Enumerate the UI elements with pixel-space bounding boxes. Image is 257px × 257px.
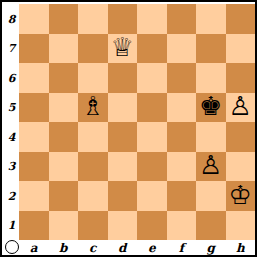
square-c8[interactable] bbox=[78, 4, 108, 34]
square-g7[interactable] bbox=[196, 34, 226, 64]
square-b2[interactable] bbox=[49, 181, 79, 211]
square-d7[interactable]: ♕ bbox=[108, 34, 138, 64]
square-b5[interactable] bbox=[49, 93, 79, 123]
square-g6[interactable] bbox=[196, 63, 226, 93]
square-e5[interactable] bbox=[137, 93, 167, 123]
square-h7[interactable] bbox=[226, 34, 256, 64]
file-label-b: b bbox=[49, 242, 79, 254]
rank-labels: 87654321 bbox=[4, 4, 19, 240]
white-bishop-c5[interactable]: ♗ bbox=[81, 93, 104, 119]
square-d1[interactable] bbox=[108, 211, 138, 241]
square-h3[interactable] bbox=[226, 152, 256, 182]
square-b7[interactable] bbox=[49, 34, 79, 64]
square-c2[interactable] bbox=[78, 181, 108, 211]
square-e4[interactable] bbox=[137, 122, 167, 152]
square-b1[interactable] bbox=[49, 211, 79, 241]
square-h8[interactable] bbox=[226, 4, 256, 34]
rank-label-2: 2 bbox=[4, 191, 19, 202]
square-g8[interactable] bbox=[196, 4, 226, 34]
black-king-g5[interactable]: ♚ bbox=[199, 93, 222, 119]
square-f1[interactable] bbox=[167, 211, 197, 241]
square-b4[interactable] bbox=[49, 122, 79, 152]
square-e2[interactable] bbox=[137, 181, 167, 211]
square-c4[interactable] bbox=[78, 122, 108, 152]
square-f8[interactable] bbox=[167, 4, 197, 34]
rank-label-3: 3 bbox=[4, 161, 19, 172]
white-pawn-g3[interactable]: ♙ bbox=[199, 152, 222, 178]
square-b6[interactable] bbox=[49, 63, 79, 93]
white-pawn-h5[interactable]: ♙ bbox=[229, 93, 252, 119]
square-e7[interactable] bbox=[137, 34, 167, 64]
white-king-h2[interactable]: ♔ bbox=[229, 182, 252, 208]
square-a8[interactable] bbox=[19, 4, 49, 34]
rank-label-7: 7 bbox=[4, 43, 19, 54]
square-c1[interactable] bbox=[78, 211, 108, 241]
file-label-e: e bbox=[137, 242, 167, 254]
square-a1[interactable] bbox=[19, 211, 49, 241]
rank-label-4: 4 bbox=[4, 132, 19, 143]
square-h6[interactable] bbox=[226, 63, 256, 93]
square-d5[interactable] bbox=[108, 93, 138, 123]
square-a4[interactable] bbox=[19, 122, 49, 152]
square-f6[interactable] bbox=[167, 63, 197, 93]
square-h2[interactable]: ♔ bbox=[226, 181, 256, 211]
square-h4[interactable] bbox=[226, 122, 256, 152]
square-d3[interactable] bbox=[108, 152, 138, 182]
file-label-g: g bbox=[196, 242, 226, 254]
square-a2[interactable] bbox=[19, 181, 49, 211]
square-c3[interactable] bbox=[78, 152, 108, 182]
square-f5[interactable] bbox=[167, 93, 197, 123]
square-f7[interactable] bbox=[167, 34, 197, 64]
square-f4[interactable] bbox=[167, 122, 197, 152]
square-a5[interactable] bbox=[19, 93, 49, 123]
square-a7[interactable] bbox=[19, 34, 49, 64]
square-f2[interactable] bbox=[167, 181, 197, 211]
square-a3[interactable] bbox=[19, 152, 49, 182]
square-g4[interactable] bbox=[196, 122, 226, 152]
square-a6[interactable] bbox=[19, 63, 49, 93]
square-e3[interactable] bbox=[137, 152, 167, 182]
chess-board: ♕♗♚♙♙♔ bbox=[19, 4, 255, 240]
side-to-move-indicator bbox=[5, 240, 19, 254]
square-h5[interactable]: ♙ bbox=[226, 93, 256, 123]
file-label-h: h bbox=[226, 242, 256, 254]
square-d8[interactable] bbox=[108, 4, 138, 34]
square-c7[interactable] bbox=[78, 34, 108, 64]
chess-diagram: ♕♗♚♙♙♔ 87654321 abcdefgh bbox=[0, 0, 257, 257]
white-queen-d7[interactable]: ♕ bbox=[111, 34, 134, 60]
square-d4[interactable] bbox=[108, 122, 138, 152]
rank-label-1: 1 bbox=[4, 220, 19, 231]
square-d6[interactable] bbox=[108, 63, 138, 93]
file-label-a: a bbox=[19, 242, 49, 254]
square-e1[interactable] bbox=[137, 211, 167, 241]
square-g2[interactable] bbox=[196, 181, 226, 211]
square-g5[interactable]: ♚ bbox=[196, 93, 226, 123]
square-b8[interactable] bbox=[49, 4, 79, 34]
rank-label-5: 5 bbox=[4, 102, 19, 113]
file-label-c: c bbox=[78, 242, 108, 254]
rank-label-8: 8 bbox=[4, 14, 19, 25]
rank-label-6: 6 bbox=[4, 73, 19, 84]
square-g1[interactable] bbox=[196, 211, 226, 241]
square-f3[interactable] bbox=[167, 152, 197, 182]
square-b3[interactable] bbox=[49, 152, 79, 182]
file-labels: abcdefgh bbox=[19, 240, 255, 257]
file-label-d: d bbox=[108, 242, 138, 254]
square-c6[interactable] bbox=[78, 63, 108, 93]
square-d2[interactable] bbox=[108, 181, 138, 211]
square-c5[interactable]: ♗ bbox=[78, 93, 108, 123]
square-g3[interactable]: ♙ bbox=[196, 152, 226, 182]
square-e8[interactable] bbox=[137, 4, 167, 34]
square-h1[interactable] bbox=[226, 211, 256, 241]
file-label-f: f bbox=[167, 242, 197, 254]
square-e6[interactable] bbox=[137, 63, 167, 93]
